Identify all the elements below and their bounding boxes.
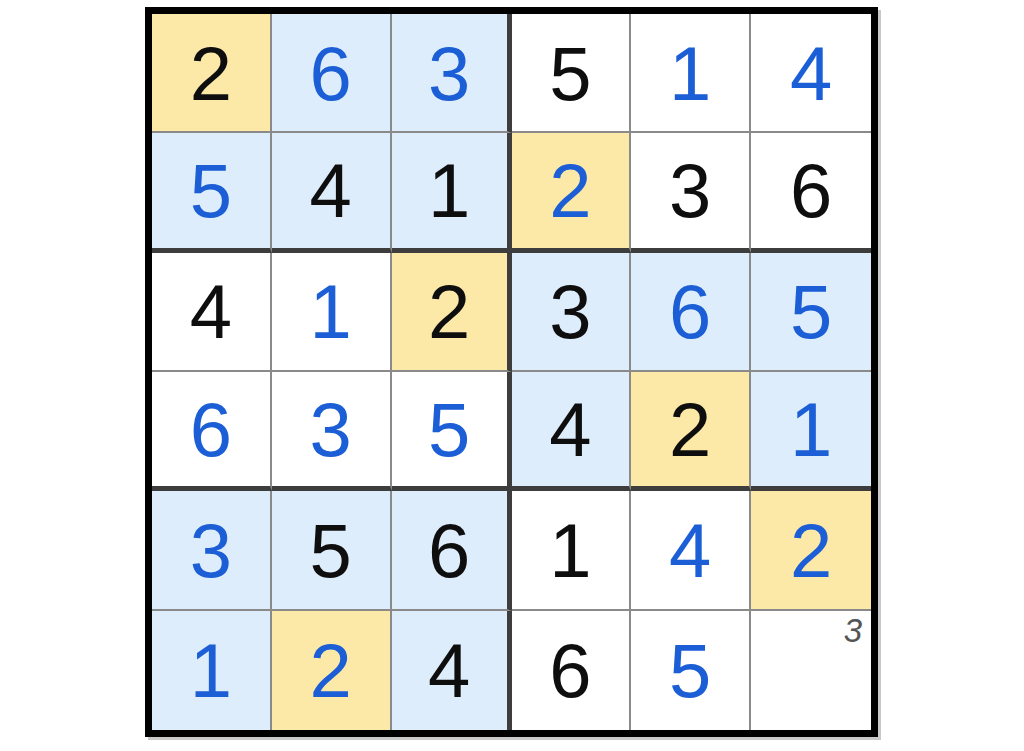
cell-digit: 1 bbox=[190, 631, 232, 709]
cell-r4c6[interactable]: 1 bbox=[751, 372, 871, 491]
page-background: 263514541236412365635421356142124653 bbox=[0, 0, 1024, 751]
cell-digit: 5 bbox=[549, 34, 591, 112]
cell-r5c5[interactable]: 4 bbox=[631, 491, 751, 610]
cell-digit: 6 bbox=[790, 151, 832, 229]
cell-r2c6[interactable]: 6 bbox=[751, 133, 871, 252]
cell-r3c3[interactable]: 2 bbox=[392, 253, 512, 372]
pencil-mark: 3 bbox=[844, 613, 862, 649]
cell-r6c5[interactable]: 5 bbox=[631, 611, 751, 730]
cell-digit: 6 bbox=[549, 631, 591, 709]
cell-r6c1[interactable]: 1 bbox=[152, 611, 272, 730]
cell-r1c3[interactable]: 3 bbox=[392, 14, 512, 133]
cell-digit: 6 bbox=[310, 34, 352, 112]
cell-r2c5[interactable]: 3 bbox=[631, 133, 751, 252]
cell-digit: 4 bbox=[190, 272, 232, 350]
cell-r6c6[interactable]: 3 bbox=[751, 611, 871, 730]
cell-r3c4[interactable]: 3 bbox=[512, 253, 632, 372]
cell-r4c5[interactable]: 2 bbox=[631, 372, 751, 491]
cell-digit: 2 bbox=[190, 34, 232, 112]
cell-r3c5[interactable]: 6 bbox=[631, 253, 751, 372]
cell-digit: 5 bbox=[790, 272, 832, 350]
sudoku-board: 263514541236412365635421356142124653 bbox=[145, 7, 878, 737]
cell-r4c4[interactable]: 4 bbox=[512, 372, 632, 491]
cell-r5c6[interactable]: 2 bbox=[751, 491, 871, 610]
cell-digit: 2 bbox=[790, 511, 832, 589]
cell-r1c4[interactable]: 5 bbox=[512, 14, 632, 133]
cell-digit: 4 bbox=[669, 511, 711, 589]
cell-r2c2[interactable]: 4 bbox=[272, 133, 392, 252]
cell-digit: 1 bbox=[428, 151, 470, 229]
cell-digit: 1 bbox=[669, 34, 711, 112]
cell-digit: 4 bbox=[310, 151, 352, 229]
cell-digit: 6 bbox=[190, 390, 232, 468]
cell-digit: 3 bbox=[190, 511, 232, 589]
cell-r2c1[interactable]: 5 bbox=[152, 133, 272, 252]
cell-digit: 5 bbox=[310, 511, 352, 589]
cell-digit: 2 bbox=[549, 151, 591, 229]
cell-digit: 1 bbox=[790, 390, 832, 468]
cell-digit: 5 bbox=[669, 631, 711, 709]
cell-digit: 4 bbox=[790, 34, 832, 112]
cell-r6c2[interactable]: 2 bbox=[272, 611, 392, 730]
cell-r5c1[interactable]: 3 bbox=[152, 491, 272, 610]
cell-digit: 5 bbox=[428, 390, 470, 468]
cell-digit: 1 bbox=[310, 272, 352, 350]
cell-r4c2[interactable]: 3 bbox=[272, 372, 392, 491]
cell-r2c3[interactable]: 1 bbox=[392, 133, 512, 252]
cell-r5c2[interactable]: 5 bbox=[272, 491, 392, 610]
cell-digit: 5 bbox=[190, 151, 232, 229]
cell-r1c6[interactable]: 4 bbox=[751, 14, 871, 133]
cell-digit: 2 bbox=[310, 631, 352, 709]
cell-digit: 3 bbox=[549, 272, 591, 350]
cell-r3c1[interactable]: 4 bbox=[152, 253, 272, 372]
cell-digit: 2 bbox=[669, 390, 711, 468]
cell-digit: 4 bbox=[428, 631, 470, 709]
cell-r1c5[interactable]: 1 bbox=[631, 14, 751, 133]
cell-digit: 6 bbox=[428, 511, 470, 589]
cell-r2c4[interactable]: 2 bbox=[512, 133, 632, 252]
cell-r6c3[interactable]: 4 bbox=[392, 611, 512, 730]
cell-r1c1[interactable]: 2 bbox=[152, 14, 272, 133]
cell-r6c4[interactable]: 6 bbox=[512, 611, 632, 730]
cell-digit: 6 bbox=[669, 272, 711, 350]
cell-digit: 1 bbox=[549, 511, 591, 589]
cell-digit: 4 bbox=[549, 390, 591, 468]
cell-r5c3[interactable]: 6 bbox=[392, 491, 512, 610]
cell-r4c1[interactable]: 6 bbox=[152, 372, 272, 491]
cell-digit: 3 bbox=[428, 34, 470, 112]
cell-digit: 3 bbox=[310, 390, 352, 468]
cell-r1c2[interactable]: 6 bbox=[272, 14, 392, 133]
cell-r3c6[interactable]: 5 bbox=[751, 253, 871, 372]
cell-digit: 2 bbox=[428, 272, 470, 350]
cell-r5c4[interactable]: 1 bbox=[512, 491, 632, 610]
cell-r3c2[interactable]: 1 bbox=[272, 253, 392, 372]
cell-digit: 3 bbox=[669, 151, 711, 229]
cell-r4c3[interactable]: 5 bbox=[392, 372, 512, 491]
